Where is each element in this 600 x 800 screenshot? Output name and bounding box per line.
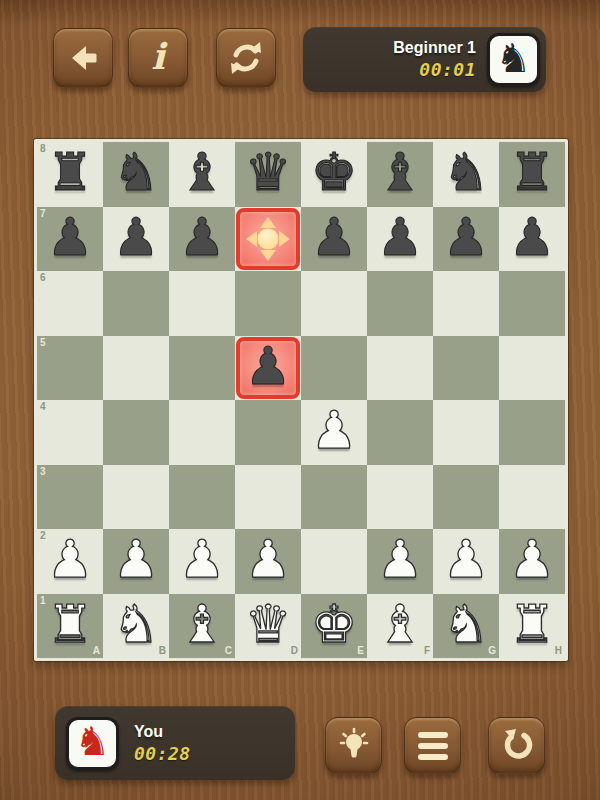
- square-e8[interactable]: ♚: [301, 142, 367, 207]
- square-g5[interactable]: [433, 336, 499, 401]
- rank-label-5: 5: [40, 338, 46, 348]
- square-e6[interactable]: [301, 271, 367, 336]
- square-f5[interactable]: [367, 336, 433, 401]
- hint-button[interactable]: [325, 717, 382, 774]
- square-h2[interactable]: ♟: [499, 529, 565, 594]
- square-b2[interactable]: ♟: [103, 529, 169, 594]
- white-knight-g1[interactable]: ♞: [443, 598, 490, 650]
- file-label-a: A: [93, 646, 100, 656]
- square-h5[interactable]: [499, 336, 565, 401]
- info-button[interactable]: i: [128, 28, 188, 88]
- square-c1[interactable]: C♝: [169, 594, 235, 659]
- file-label-b: B: [159, 646, 166, 656]
- black-knight-b8[interactable]: ♞: [113, 146, 160, 198]
- square-d7[interactable]: [235, 207, 301, 272]
- square-h3[interactable]: [499, 465, 565, 530]
- square-c6[interactable]: [169, 271, 235, 336]
- square-f6[interactable]: [367, 271, 433, 336]
- opponent-clock: 00:01: [419, 59, 476, 80]
- square-c7[interactable]: ♟: [169, 207, 235, 272]
- square-d4[interactable]: [235, 400, 301, 465]
- menu-button[interactable]: [404, 717, 461, 774]
- rank-label-8: 8: [40, 144, 46, 154]
- square-g7[interactable]: ♟: [433, 207, 499, 272]
- opponent-name: Beginner 1: [393, 39, 476, 57]
- black-knight-g8[interactable]: ♞: [443, 146, 490, 198]
- back-arrow-icon: [64, 39, 102, 77]
- white-pawn-c2[interactable]: ♟: [179, 533, 226, 585]
- player-panel: ♞ You 00:28: [55, 706, 295, 780]
- rank-label-1: 1: [40, 596, 46, 606]
- black-pawn-h7[interactable]: ♟: [509, 211, 556, 263]
- black-pawn-c7[interactable]: ♟: [179, 211, 226, 263]
- black-pawn-a7[interactable]: ♟: [47, 211, 94, 263]
- square-f8[interactable]: ♝: [367, 142, 433, 207]
- square-g8[interactable]: ♞: [433, 142, 499, 207]
- square-d1[interactable]: D♛: [235, 594, 301, 659]
- square-e5[interactable]: [301, 336, 367, 401]
- white-bishop-c1[interactable]: ♝: [179, 598, 226, 650]
- square-b8[interactable]: ♞: [103, 142, 169, 207]
- rank-label-3: 3: [40, 467, 46, 477]
- white-king-e1[interactable]: ♚: [311, 598, 358, 650]
- square-f7[interactable]: ♟: [367, 207, 433, 272]
- square-g1[interactable]: G♞: [433, 594, 499, 659]
- square-a3[interactable]: 3: [37, 465, 103, 530]
- file-label-g: G: [488, 646, 496, 656]
- square-a2[interactable]: 2♟: [37, 529, 103, 594]
- black-queen-d8[interactable]: ♛: [245, 146, 292, 198]
- black-rook-h8[interactable]: ♜: [509, 146, 556, 198]
- black-knight-icon: ♞: [496, 38, 532, 78]
- square-c4[interactable]: [169, 400, 235, 465]
- rank-label-6: 6: [40, 273, 46, 283]
- square-a6[interactable]: 6: [37, 271, 103, 336]
- square-e2[interactable]: [301, 529, 367, 594]
- white-pawn-a2[interactable]: ♟: [47, 533, 94, 585]
- undo-button[interactable]: [488, 717, 545, 774]
- back-button[interactable]: [53, 28, 113, 88]
- square-h6[interactable]: [499, 271, 565, 336]
- square-f1[interactable]: F♝: [367, 594, 433, 659]
- player-clock: 00:28: [134, 743, 191, 764]
- black-pawn-d5[interactable]: ♟: [245, 340, 292, 392]
- file-label-c: C: [225, 646, 232, 656]
- file-label-d: D: [291, 646, 298, 656]
- black-bishop-c8[interactable]: ♝: [179, 146, 226, 198]
- white-rook-h1[interactable]: ♜: [509, 598, 556, 650]
- white-pawn-d2[interactable]: ♟: [245, 533, 292, 585]
- square-d3[interactable]: [235, 465, 301, 530]
- board[interactable]: 8♜♞♝♛♚♝♞♜7♟♟♟♟♟♟♟65♟4♟32♟♟♟♟♟♟♟1A♜B♞C♝D♛…: [34, 139, 568, 661]
- rank-label-4: 4: [40, 402, 46, 412]
- restart-button[interactable]: [216, 28, 276, 88]
- square-f3[interactable]: [367, 465, 433, 530]
- square-d2[interactable]: ♟: [235, 529, 301, 594]
- black-pawn-e7[interactable]: ♟: [311, 211, 358, 263]
- lightbulb-icon: [334, 726, 374, 766]
- white-knight-b1[interactable]: ♞: [113, 598, 160, 650]
- player-name: You: [134, 723, 163, 741]
- square-c5[interactable]: [169, 336, 235, 401]
- square-b7[interactable]: ♟: [103, 207, 169, 272]
- square-e7[interactable]: ♟: [301, 207, 367, 272]
- rank-label-7: 7: [40, 209, 46, 219]
- square-e3[interactable]: [301, 465, 367, 530]
- square-g2[interactable]: ♟: [433, 529, 499, 594]
- undo-arrow-icon: [497, 726, 537, 766]
- white-pawn-g2[interactable]: ♟: [443, 533, 490, 585]
- square-a5[interactable]: 5: [37, 336, 103, 401]
- square-c3[interactable]: [169, 465, 235, 530]
- restart-refresh-icon: [226, 38, 266, 78]
- file-label-f: F: [424, 646, 430, 656]
- square-c2[interactable]: ♟: [169, 529, 235, 594]
- square-d8[interactable]: ♛: [235, 142, 301, 207]
- black-pawn-f7[interactable]: ♟: [377, 211, 424, 263]
- white-rook-a1[interactable]: ♜: [47, 598, 94, 650]
- white-pawn-h2[interactable]: ♟: [509, 533, 556, 585]
- black-pawn-b7[interactable]: ♟: [113, 211, 160, 263]
- square-b5[interactable]: [103, 336, 169, 401]
- file-label-h: H: [555, 646, 562, 656]
- black-pawn-g7[interactable]: ♟: [443, 211, 490, 263]
- square-b4[interactable]: [103, 400, 169, 465]
- white-bishop-f1[interactable]: ♝: [377, 598, 424, 650]
- square-h1[interactable]: H♜: [499, 594, 565, 659]
- square-a4[interactable]: 4: [37, 400, 103, 465]
- square-b6[interactable]: [103, 271, 169, 336]
- info-icon: i: [151, 38, 165, 74]
- square-a8[interactable]: 8♜: [37, 142, 103, 207]
- opponent-panel: Beginner 1 00:01 ♞: [303, 27, 546, 92]
- red-knight-icon: ♞: [75, 721, 111, 761]
- square-d6[interactable]: [235, 271, 301, 336]
- square-d5[interactable]: ♟: [235, 336, 301, 401]
- black-bishop-f8[interactable]: ♝: [377, 146, 424, 198]
- square-a1[interactable]: 1A♜: [37, 594, 103, 659]
- square-c8[interactable]: ♝: [169, 142, 235, 207]
- white-pawn-e4[interactable]: ♟: [311, 404, 358, 456]
- square-b3[interactable]: [103, 465, 169, 530]
- hamburger-menu-icon: [418, 732, 448, 760]
- square-h4[interactable]: [499, 400, 565, 465]
- square-b1[interactable]: B♞: [103, 594, 169, 659]
- square-a7[interactable]: 7♟: [37, 207, 103, 272]
- square-e1[interactable]: E♚: [301, 594, 367, 659]
- white-queen-d1[interactable]: ♛: [245, 598, 292, 650]
- file-label-e: E: [357, 646, 364, 656]
- square-g4[interactable]: [433, 400, 499, 465]
- black-rook-a8[interactable]: ♜: [47, 146, 94, 198]
- white-pawn-b2[interactable]: ♟: [113, 533, 160, 585]
- square-h7[interactable]: ♟: [499, 207, 565, 272]
- square-e4[interactable]: ♟: [301, 400, 367, 465]
- opponent-avatar: ♞: [487, 33, 540, 86]
- square-f4[interactable]: [367, 400, 433, 465]
- white-pawn-f2[interactable]: ♟: [377, 533, 424, 585]
- black-king-e8[interactable]: ♚: [311, 146, 358, 198]
- square-g3[interactable]: [433, 465, 499, 530]
- rank-label-2: 2: [40, 531, 46, 541]
- square-g6[interactable]: [433, 271, 499, 336]
- square-f2[interactable]: ♟: [367, 529, 433, 594]
- square-h8[interactable]: ♜: [499, 142, 565, 207]
- player-avatar: ♞: [66, 717, 119, 770]
- move-origin-compass-icon: [246, 217, 290, 261]
